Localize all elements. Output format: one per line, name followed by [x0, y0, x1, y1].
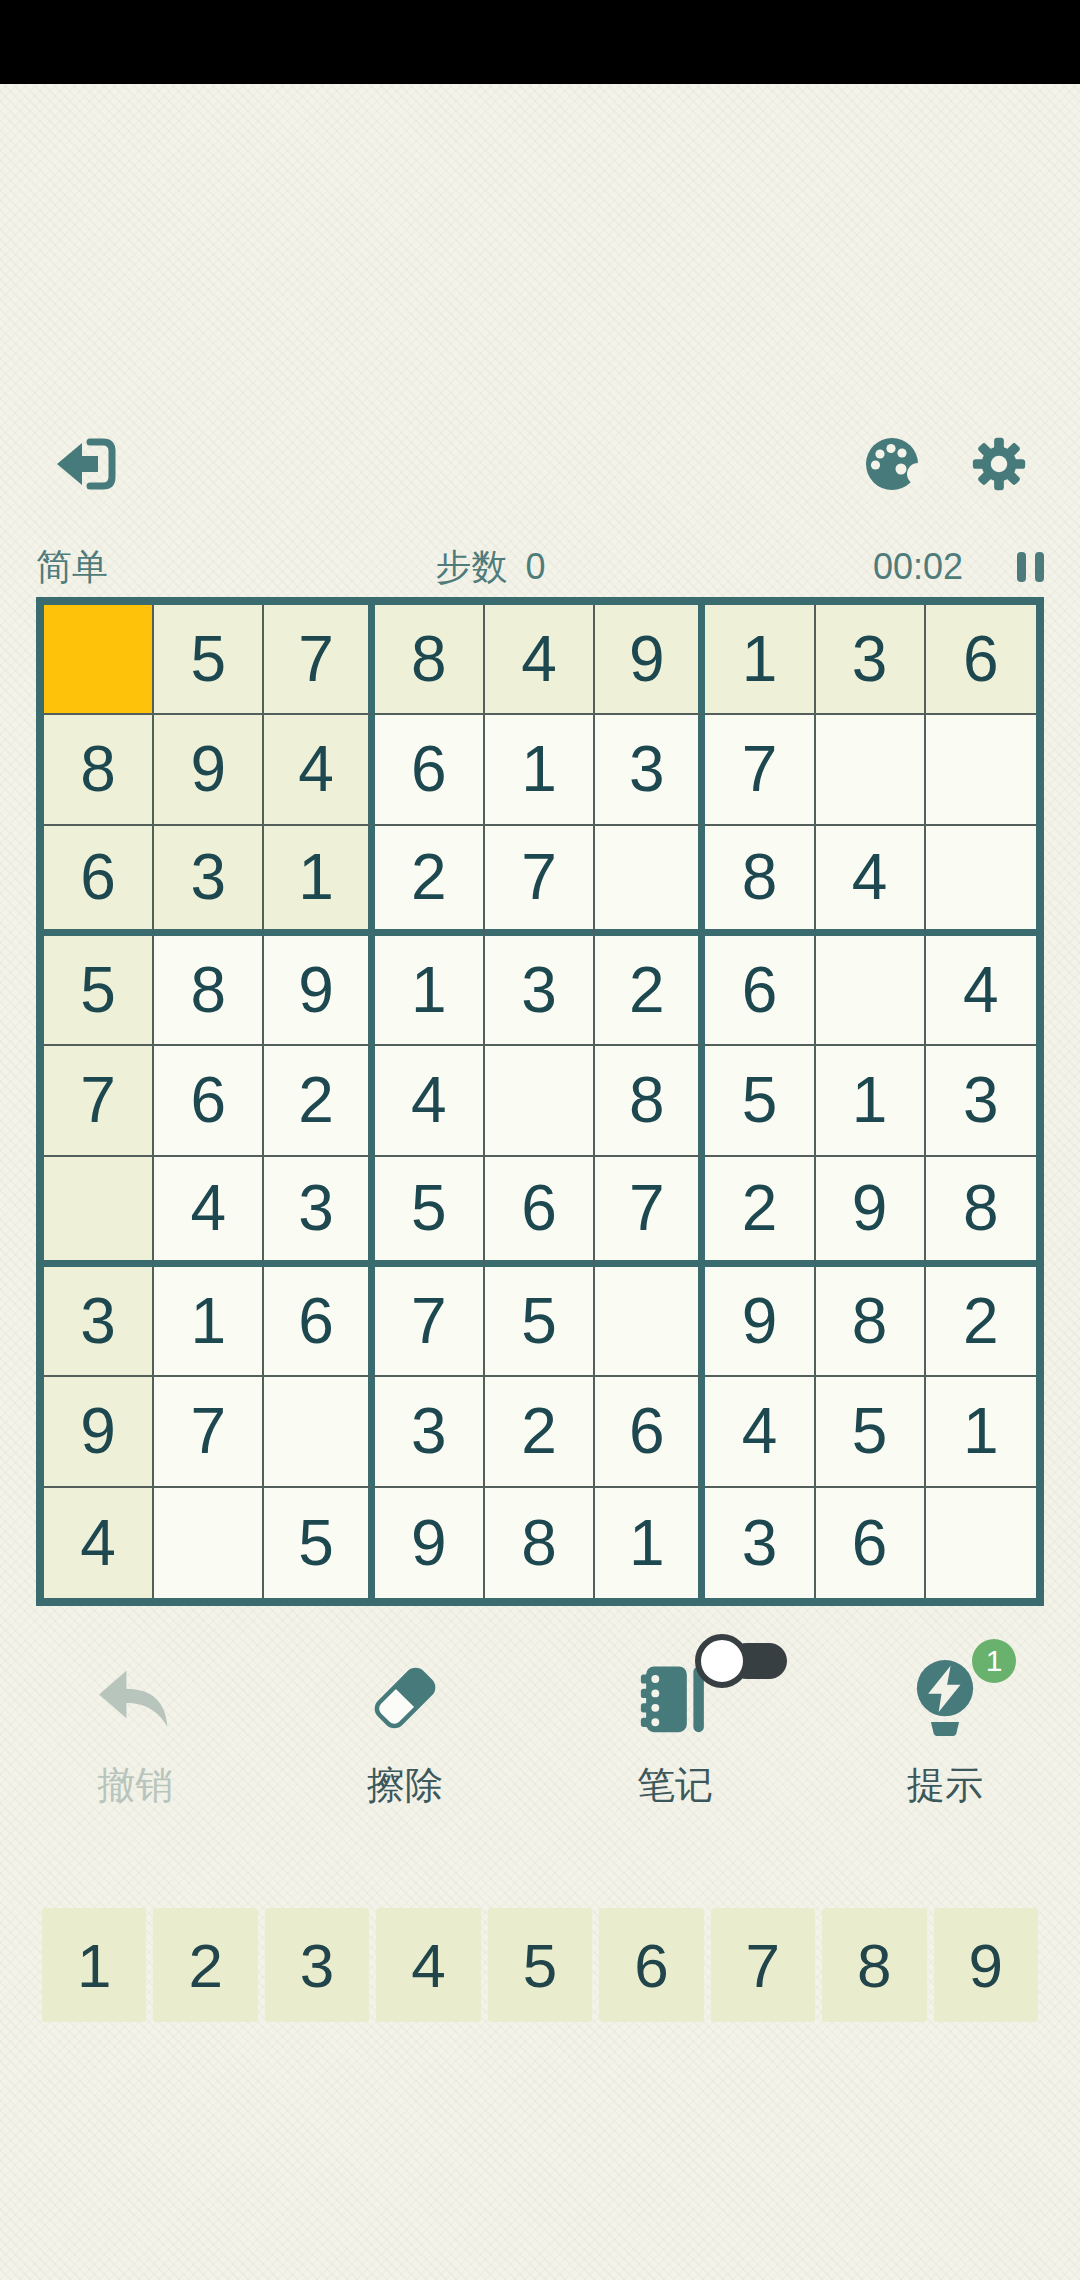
- cell-r3c9[interactable]: [926, 826, 1036, 936]
- cell-r9c3[interactable]: 5: [264, 1488, 374, 1598]
- cell-r5c6[interactable]: 8: [595, 1046, 705, 1156]
- numkey-6[interactable]: 6: [599, 1908, 703, 2022]
- cell-r6c9[interactable]: 8: [926, 1157, 1036, 1267]
- cell-r8c5[interactable]: 2: [485, 1377, 595, 1487]
- numkey-1[interactable]: 1: [42, 1908, 146, 2022]
- palette-icon: [860, 432, 924, 496]
- exit-arrow-icon: [48, 428, 126, 500]
- cell-r6c8[interactable]: 9: [816, 1157, 926, 1267]
- cell-r6c2[interactable]: 4: [154, 1157, 264, 1267]
- cell-r1c7[interactable]: 1: [705, 605, 815, 715]
- cell-r6c7[interactable]: 2: [705, 1157, 815, 1267]
- hint-bulb-icon: 1: [900, 1653, 990, 1743]
- cell-r8c9[interactable]: 1: [926, 1377, 1036, 1487]
- cell-r2c7[interactable]: 7: [705, 715, 815, 825]
- cell-r3c8[interactable]: 4: [816, 826, 926, 936]
- cell-r7c5[interactable]: 5: [485, 1267, 595, 1377]
- pause-button[interactable]: [1017, 552, 1044, 582]
- cell-r1c9[interactable]: 6: [926, 605, 1036, 715]
- cell-r1c8[interactable]: 3: [816, 605, 926, 715]
- pause-icon: [1017, 552, 1026, 582]
- exit-button[interactable]: [48, 428, 126, 500]
- cell-r5c7[interactable]: 5: [705, 1046, 815, 1156]
- cell-r7c9[interactable]: 2: [926, 1267, 1036, 1377]
- cell-r8c3[interactable]: [264, 1377, 374, 1487]
- cell-r9c4[interactable]: 9: [375, 1488, 485, 1598]
- cell-r5c1[interactable]: 7: [44, 1046, 154, 1156]
- cell-r5c8[interactable]: 1: [816, 1046, 926, 1156]
- cell-r1c1[interactable]: [44, 605, 154, 715]
- hint-count-badge: 1: [972, 1639, 1016, 1683]
- cell-r1c2[interactable]: 5: [154, 605, 264, 715]
- undo-button[interactable]: 撤销: [0, 1646, 270, 1811]
- cell-r7c6[interactable]: [595, 1267, 705, 1377]
- cell-r9c6[interactable]: 1: [595, 1488, 705, 1598]
- notes-toggle-switch[interactable]: [695, 1634, 803, 1688]
- cell-r4c2[interactable]: 8: [154, 936, 264, 1046]
- cell-r1c4[interactable]: 8: [375, 605, 485, 715]
- cell-r3c6[interactable]: [595, 826, 705, 936]
- cell-r7c2[interactable]: 1: [154, 1267, 264, 1377]
- toolbar: 撤销 擦除: [0, 1646, 1080, 1811]
- cell-r9c9[interactable]: [926, 1488, 1036, 1598]
- numkey-8[interactable]: 8: [822, 1908, 926, 2022]
- notes-label: 笔记: [637, 1760, 713, 1811]
- cell-r1c6[interactable]: 9: [595, 605, 705, 715]
- hint-button[interactable]: 1 提示: [810, 1646, 1080, 1811]
- numkey-5[interactable]: 5: [488, 1908, 592, 2022]
- undo-label: 撤销: [97, 1760, 173, 1811]
- cell-r5c2[interactable]: 6: [154, 1046, 264, 1156]
- erase-button[interactable]: 擦除: [270, 1646, 540, 1811]
- cell-r1c3[interactable]: 7: [264, 605, 374, 715]
- cell-r3c5[interactable]: 7: [485, 826, 595, 936]
- cell-r5c3[interactable]: 2: [264, 1046, 374, 1156]
- gear-icon: [968, 433, 1030, 495]
- steps-counter: 步数 0: [435, 543, 545, 592]
- status-bar: [0, 0, 1080, 84]
- difficulty-label: 简单: [36, 543, 108, 592]
- numkey-3[interactable]: 3: [265, 1908, 369, 2022]
- cell-r4c6[interactable]: 2: [595, 936, 705, 1046]
- cell-r7c7[interactable]: 9: [705, 1267, 815, 1377]
- cell-r3c4[interactable]: 2: [375, 826, 485, 936]
- cell-r2c5[interactable]: 1: [485, 715, 595, 825]
- cell-r9c5[interactable]: 8: [485, 1488, 595, 1598]
- cell-r4c8[interactable]: [816, 936, 926, 1046]
- cell-r4c7[interactable]: 6: [705, 936, 815, 1046]
- timer-value: 00:02: [873, 546, 963, 588]
- cell-r7c1[interactable]: 3: [44, 1267, 154, 1377]
- cell-r6c5[interactable]: 6: [485, 1157, 595, 1267]
- numkey-4[interactable]: 4: [376, 1908, 480, 2022]
- cell-r5c4[interactable]: 4: [375, 1046, 485, 1156]
- settings-button[interactable]: [968, 433, 1030, 495]
- cell-r8c4[interactable]: 3: [375, 1377, 485, 1487]
- numkey-7[interactable]: 7: [711, 1908, 815, 2022]
- cell-r5c5[interactable]: [485, 1046, 595, 1156]
- cell-r7c3[interactable]: 6: [264, 1267, 374, 1377]
- cell-r1c5[interactable]: 4: [485, 605, 595, 715]
- cell-r2c1[interactable]: 8: [44, 715, 154, 825]
- cell-r3c2[interactable]: 3: [154, 826, 264, 936]
- erase-label: 擦除: [367, 1760, 443, 1811]
- cell-r4c5[interactable]: 3: [485, 936, 595, 1046]
- steps-value: 0: [525, 546, 545, 588]
- cell-r2c3[interactable]: 4: [264, 715, 374, 825]
- cell-r2c8[interactable]: [816, 715, 926, 825]
- theme-button[interactable]: [860, 432, 924, 496]
- cell-r2c9[interactable]: [926, 715, 1036, 825]
- cell-r4c3[interactable]: 9: [264, 936, 374, 1046]
- toggle-knob: [695, 1634, 749, 1688]
- cell-r9c8[interactable]: 6: [816, 1488, 926, 1598]
- cell-r7c8[interactable]: 8: [816, 1267, 926, 1377]
- cell-r7c4[interactable]: 7: [375, 1267, 485, 1377]
- steps-label: 步数: [435, 543, 507, 592]
- cell-r6c6[interactable]: 7: [595, 1157, 705, 1267]
- sudoku-board: 5784913689461376312784589132647624851343…: [36, 597, 1044, 1606]
- cell-r9c2[interactable]: [154, 1488, 264, 1598]
- cell-r6c4[interactable]: 5: [375, 1157, 485, 1267]
- cell-r8c6[interactable]: 6: [595, 1377, 705, 1487]
- cell-r2c4[interactable]: 6: [375, 715, 485, 825]
- numkey-2[interactable]: 2: [153, 1908, 257, 2022]
- cell-r3c3[interactable]: 1: [264, 826, 374, 936]
- cell-r6c3[interactable]: 3: [264, 1157, 374, 1267]
- cell-r4c4[interactable]: 1: [375, 936, 485, 1046]
- cell-r2c2[interactable]: 9: [154, 715, 264, 825]
- cell-r9c7[interactable]: 3: [705, 1488, 815, 1598]
- notes-button[interactable]: 笔记: [540, 1646, 810, 1811]
- cell-r3c1[interactable]: 6: [44, 826, 154, 936]
- cell-r4c9[interactable]: 4: [926, 936, 1036, 1046]
- info-bar: 简单 步数 0 00:02: [0, 538, 1080, 596]
- hint-label: 提示: [907, 1760, 983, 1811]
- undo-arrow-icon: [89, 1652, 181, 1744]
- cell-r6c1[interactable]: [44, 1157, 154, 1267]
- cell-r8c1[interactable]: 9: [44, 1377, 154, 1487]
- cell-r8c2[interactable]: 7: [154, 1377, 264, 1487]
- cell-r8c8[interactable]: 5: [816, 1377, 926, 1487]
- cell-r4c1[interactable]: 5: [44, 936, 154, 1046]
- cell-r2c6[interactable]: 3: [595, 715, 705, 825]
- cell-r8c7[interactable]: 4: [705, 1377, 815, 1487]
- numkey-9[interactable]: 9: [934, 1908, 1038, 2022]
- cell-r5c9[interactable]: 3: [926, 1046, 1036, 1156]
- eraser-icon: [357, 1650, 453, 1746]
- cell-r3c7[interactable]: 8: [705, 826, 815, 936]
- numpad: 123456789: [0, 1908, 1080, 2022]
- header-bar: [0, 424, 1080, 504]
- cell-r9c1[interactable]: 4: [44, 1488, 154, 1598]
